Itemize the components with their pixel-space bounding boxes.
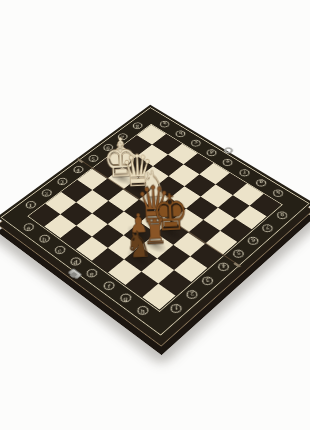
coord-label-left-5: 5 bbox=[88, 155, 97, 162]
coord-label-left-2: 2 bbox=[42, 189, 52, 196]
coord-label-left-7: 7 bbox=[118, 133, 127, 139]
board-top-face: abcdefghabcdefgh8765432187654321 ♟♚♛♞♛♚♜… bbox=[0, 105, 310, 339]
chess-board: abcdefghabcdefgh8765432187654321 ♟♚♛♞♛♚♜… bbox=[0, 105, 310, 339]
coord-label-top-f: f bbox=[240, 169, 250, 176]
coord-label-left-8: 8 bbox=[132, 122, 141, 128]
brown-knight-glyph: ♞ bbox=[125, 229, 153, 259]
pieces-layer: ♟♚♛♞♛♚♜♟♞ bbox=[0, 105, 310, 339]
coord-label-top-g: g bbox=[256, 179, 266, 186]
coord-label-left-6: 6 bbox=[103, 144, 112, 151]
coord-label-top-b: b bbox=[176, 130, 185, 136]
photo-scene: abcdefghabcdefgh8765432187654321 ♟♚♛♞♛♚♜… bbox=[0, 0, 310, 430]
coord-label-left-4: 4 bbox=[73, 166, 82, 173]
product-photo-chess-set: abcdefghabcdefgh8765432187654321 ♟♚♛♞♛♚♜… bbox=[0, 0, 310, 430]
coord-label-left-3: 3 bbox=[58, 177, 67, 184]
coord-label-left-1: 1 bbox=[25, 201, 35, 208]
